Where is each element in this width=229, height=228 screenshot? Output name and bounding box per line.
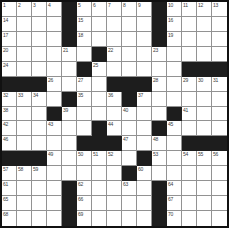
clue-number-36: 36	[108, 92, 113, 98]
clue-number-30: 30	[198, 77, 203, 83]
black-cell-r10c8	[107, 136, 122, 151]
white-cell-r4c8[interactable]: 22	[107, 47, 122, 62]
white-cell-r9c2[interactable]	[17, 121, 32, 136]
white-cell-r9c12[interactable]: 45	[167, 121, 182, 136]
clue-number-41: 41	[183, 107, 188, 113]
white-cell-r9c4[interactable]: 43	[47, 121, 62, 136]
clue-number-57: 57	[3, 166, 8, 172]
black-cell-r7c5	[62, 92, 77, 107]
white-cell-r2c3[interactable]	[32, 17, 47, 32]
clue-number-69: 69	[78, 211, 83, 217]
white-cell-r10c5[interactable]	[62, 136, 77, 151]
white-cell-r13c4[interactable]	[47, 181, 62, 196]
white-cell-r4c1[interactable]: 20	[2, 47, 17, 62]
white-cell-r15c13[interactable]	[182, 211, 197, 226]
white-cell-r15c12[interactable]: 70	[167, 211, 182, 226]
white-cell-r2c7[interactable]	[92, 17, 107, 32]
white-cell-r3c1[interactable]: 17	[2, 32, 17, 47]
white-cell-r13c10[interactable]	[137, 181, 152, 196]
white-cell-r10c1[interactable]: 46	[2, 136, 17, 151]
white-cell-r15c8[interactable]	[107, 211, 122, 226]
clue-number-19: 19	[168, 32, 173, 38]
white-cell-r14c3[interactable]	[32, 196, 47, 211]
white-cell-r7c10[interactable]: 37	[137, 92, 152, 107]
white-cell-r11c15[interactable]: 56	[212, 151, 227, 166]
white-cell-r14c2[interactable]	[17, 196, 32, 211]
white-cell-r14c4[interactable]	[47, 196, 62, 211]
clue-number-64: 64	[168, 181, 173, 187]
clue-number-38: 38	[3, 107, 8, 113]
clue-number-9: 9	[138, 2, 141, 8]
white-cell-r11c9[interactable]	[122, 151, 137, 166]
white-cell-r7c14[interactable]	[197, 92, 212, 107]
clue-number-68: 68	[3, 211, 8, 217]
white-cell-r3c15[interactable]	[212, 32, 227, 47]
white-cell-r12c10[interactable]: 60	[137, 166, 152, 181]
white-cell-r13c6[interactable]: 62	[77, 181, 92, 196]
white-cell-r15c3[interactable]	[32, 211, 47, 226]
white-cell-r10c9[interactable]: 47	[122, 136, 137, 151]
white-cell-r8c11[interactable]	[152, 107, 167, 122]
white-cell-r8c14[interactable]	[197, 107, 212, 122]
clue-number-54: 54	[183, 151, 188, 157]
clue-number-39: 39	[63, 107, 68, 113]
black-cell-r10c13	[182, 136, 197, 151]
white-cell-r1c14[interactable]: 12	[197, 2, 212, 17]
white-cell-r14c13[interactable]	[182, 196, 197, 211]
white-cell-r3c3[interactable]	[32, 32, 47, 47]
white-cell-r4c10[interactable]	[137, 47, 152, 62]
white-cell-r4c15[interactable]	[212, 47, 227, 62]
black-cell-r11c3	[32, 151, 47, 166]
black-cell-r6c2	[17, 77, 32, 92]
white-cell-r8c9[interactable]: 40	[122, 107, 137, 122]
white-cell-r2c6[interactable]: 15	[77, 17, 92, 32]
white-cell-r4c12[interactable]	[167, 47, 182, 62]
white-cell-r8c7[interactable]	[92, 107, 107, 122]
white-cell-r12c11[interactable]	[152, 166, 167, 181]
white-cell-r5c11[interactable]	[152, 62, 167, 77]
black-cell-r15c11	[152, 211, 167, 226]
white-cell-r11c12[interactable]	[167, 151, 182, 166]
white-cell-r6c5[interactable]	[62, 77, 77, 92]
white-cell-r6c14[interactable]: 30	[197, 77, 212, 92]
clue-number-32: 32	[3, 92, 8, 98]
white-cell-r9c10[interactable]	[137, 121, 152, 136]
clue-number-65: 65	[3, 196, 8, 202]
white-cell-r6c13[interactable]: 29	[182, 77, 197, 92]
white-cell-r3c9[interactable]	[122, 32, 137, 47]
white-cell-r9c6[interactable]	[77, 121, 92, 136]
white-cell-r2c15[interactable]	[212, 17, 227, 32]
white-cell-r5c8[interactable]	[107, 62, 122, 77]
white-cell-r3c6[interactable]: 18	[77, 32, 92, 47]
white-cell-r1c9[interactable]: 8	[122, 2, 137, 17]
black-cell-r8c12	[167, 107, 182, 122]
white-cell-r6c7[interactable]	[92, 77, 107, 92]
white-cell-r9c13[interactable]	[182, 121, 197, 136]
clue-number-55: 55	[198, 151, 203, 157]
white-cell-r15c14[interactable]	[197, 211, 212, 226]
black-cell-r6c9	[122, 77, 137, 92]
white-cell-r3c13[interactable]	[182, 32, 197, 47]
white-cell-r14c10[interactable]	[137, 196, 152, 211]
clue-number-35: 35	[78, 92, 83, 98]
white-cell-r8c15[interactable]	[212, 107, 227, 122]
white-cell-r3c7[interactable]	[92, 32, 107, 47]
clue-number-7: 7	[108, 2, 111, 8]
white-cell-r9c3[interactable]	[32, 121, 47, 136]
black-cell-r14c11	[152, 196, 167, 211]
white-cell-r3c14[interactable]	[197, 32, 212, 47]
white-cell-r11c6[interactable]: 50	[77, 151, 92, 166]
white-cell-r1c2[interactable]: 2	[17, 2, 32, 17]
clue-number-23: 23	[153, 47, 158, 53]
black-cell-r10c7	[92, 136, 107, 151]
black-cell-r6c3	[32, 77, 47, 92]
white-cell-r14c6[interactable]: 66	[77, 196, 92, 211]
black-cell-r5c13	[182, 62, 197, 77]
clue-number-40: 40	[123, 107, 128, 113]
white-cell-r12c1[interactable]: 57	[2, 166, 17, 181]
white-cell-r13c8[interactable]	[107, 181, 122, 196]
white-cell-r13c3[interactable]	[32, 181, 47, 196]
clue-number-21: 21	[63, 47, 68, 53]
white-cell-r10c2[interactable]	[17, 136, 32, 151]
clue-number-51: 51	[93, 151, 98, 157]
white-cell-r7c4[interactable]	[47, 92, 62, 107]
white-cell-r9c15[interactable]	[212, 121, 227, 136]
crossword-grid: 1234567891011121314151617181920212223242…	[0, 0, 229, 228]
black-cell-r6c10	[137, 77, 152, 92]
white-cell-r2c8[interactable]	[107, 17, 122, 32]
black-cell-r4c7	[92, 47, 107, 62]
white-cell-r8c8[interactable]	[107, 107, 122, 122]
white-cell-r11c7[interactable]: 51	[92, 151, 107, 166]
white-cell-r7c8[interactable]: 36	[107, 92, 122, 107]
white-cell-r13c14[interactable]	[197, 181, 212, 196]
white-cell-r14c14[interactable]	[197, 196, 212, 211]
clue-number-45: 45	[168, 121, 173, 127]
white-cell-r4c5[interactable]: 21	[62, 47, 77, 62]
white-cell-r15c2[interactable]	[17, 211, 32, 226]
white-cell-r3c8[interactable]	[107, 32, 122, 47]
black-cell-r5c6	[77, 62, 92, 77]
clue-number-34: 34	[33, 92, 38, 98]
clue-number-5: 5	[78, 2, 81, 8]
white-cell-r5c3[interactable]	[32, 62, 47, 77]
white-cell-r4c4[interactable]	[47, 47, 62, 62]
white-cell-r7c7[interactable]	[92, 92, 107, 107]
white-cell-r11c5[interactable]	[62, 151, 77, 166]
white-cell-r7c11[interactable]	[152, 92, 167, 107]
black-cell-r10c6	[77, 136, 92, 151]
white-cell-r2c4[interactable]	[47, 17, 62, 32]
clue-number-44: 44	[108, 121, 113, 127]
white-cell-r11c11[interactable]: 53	[152, 151, 167, 166]
white-cell-r15c4[interactable]	[47, 211, 62, 226]
white-cell-r11c14[interactable]: 55	[197, 151, 212, 166]
clue-number-16: 16	[168, 17, 173, 23]
white-cell-r1c1[interactable]: 1	[2, 2, 17, 17]
white-cell-r12c14[interactable]	[197, 166, 212, 181]
white-cell-r3c4[interactable]	[47, 32, 62, 47]
clue-number-56: 56	[213, 151, 218, 157]
white-cell-r10c10[interactable]	[137, 136, 152, 151]
black-cell-r1c5	[62, 2, 77, 17]
white-cell-r12c3[interactable]: 59	[32, 166, 47, 181]
white-cell-r1c13[interactable]: 11	[182, 2, 197, 17]
white-cell-r7c2[interactable]: 33	[17, 92, 32, 107]
white-cell-r12c12[interactable]	[167, 166, 182, 181]
white-cell-r13c2[interactable]	[17, 181, 32, 196]
clue-number-29: 29	[183, 77, 188, 83]
white-cell-r9c14[interactable]	[197, 121, 212, 136]
clue-number-70: 70	[168, 211, 173, 217]
clue-number-42: 42	[3, 121, 8, 127]
white-cell-r7c15[interactable]	[212, 92, 227, 107]
white-cell-r1c10[interactable]: 9	[137, 2, 152, 17]
white-cell-r12c8[interactable]	[107, 166, 122, 181]
clue-number-2: 2	[18, 2, 21, 8]
white-cell-r7c1[interactable]: 32	[2, 92, 17, 107]
white-cell-r8c10[interactable]	[137, 107, 152, 122]
clue-number-48: 48	[153, 136, 158, 142]
white-cell-r1c8[interactable]: 7	[107, 2, 122, 17]
white-cell-r4c2[interactable]	[17, 47, 32, 62]
white-cell-r15c1[interactable]: 68	[2, 211, 17, 226]
white-cell-r15c7[interactable]	[92, 211, 107, 226]
clue-number-37: 37	[138, 92, 143, 98]
black-cell-r2c5	[62, 17, 77, 32]
clue-number-47: 47	[123, 136, 128, 142]
white-cell-r12c4[interactable]	[47, 166, 62, 181]
white-cell-r12c5[interactable]	[62, 166, 77, 181]
clue-number-1: 1	[3, 2, 6, 8]
white-cell-r3c10[interactable]	[137, 32, 152, 47]
clue-number-10: 10	[168, 2, 173, 8]
clue-number-60: 60	[138, 166, 143, 172]
clue-number-33: 33	[18, 92, 23, 98]
clue-number-24: 24	[3, 62, 8, 68]
clue-number-14: 14	[3, 17, 8, 23]
white-cell-r11c13[interactable]: 54	[182, 151, 197, 166]
white-cell-r12c6[interactable]	[77, 166, 92, 181]
white-cell-r5c4[interactable]	[47, 62, 62, 77]
white-cell-r13c7[interactable]	[92, 181, 107, 196]
white-cell-r9c8[interactable]: 44	[107, 121, 122, 136]
white-cell-r2c1[interactable]: 14	[2, 17, 17, 32]
black-cell-r10c14	[197, 136, 212, 151]
white-cell-r7c12[interactable]	[167, 92, 182, 107]
white-cell-r6c15[interactable]: 31	[212, 77, 227, 92]
white-cell-r1c12[interactable]: 10	[167, 2, 182, 17]
white-cell-r5c2[interactable]	[17, 62, 32, 77]
clue-number-13: 13	[213, 2, 218, 8]
white-cell-r5c10[interactable]	[137, 62, 152, 77]
white-cell-r15c10[interactable]	[137, 211, 152, 226]
clue-number-11: 11	[183, 2, 188, 8]
white-cell-r1c4[interactable]: 4	[47, 2, 62, 17]
clue-number-43: 43	[48, 121, 53, 127]
black-cell-r12c9	[122, 166, 137, 181]
white-cell-r9c1[interactable]: 42	[2, 121, 17, 136]
black-cell-r1c11	[152, 2, 167, 17]
clue-number-66: 66	[78, 196, 83, 202]
clue-number-25: 25	[93, 62, 98, 68]
clue-number-61: 61	[3, 181, 8, 187]
white-cell-r14c12[interactable]: 67	[167, 196, 182, 211]
white-cell-r2c10[interactable]	[137, 17, 152, 32]
white-cell-r12c15[interactable]	[212, 166, 227, 181]
clue-number-50: 50	[78, 151, 83, 157]
white-cell-r12c7[interactable]	[92, 166, 107, 181]
black-cell-r2c11	[152, 17, 167, 32]
white-cell-r13c15[interactable]	[212, 181, 227, 196]
white-cell-r12c2[interactable]: 58	[17, 166, 32, 181]
white-cell-r8c6[interactable]	[77, 107, 92, 122]
white-cell-r14c7[interactable]	[92, 196, 107, 211]
white-cell-r2c9[interactable]	[122, 17, 137, 32]
black-cell-r5c15	[212, 62, 227, 77]
black-cell-r6c8	[107, 77, 122, 92]
white-cell-r7c13[interactable]	[182, 92, 197, 107]
white-cell-r4c14[interactable]	[197, 47, 212, 62]
black-cell-r13c5	[62, 181, 77, 196]
white-cell-r11c4[interactable]: 49	[47, 151, 62, 166]
white-cell-r4c11[interactable]: 23	[152, 47, 167, 62]
white-cell-r10c11[interactable]: 48	[152, 136, 167, 151]
white-cell-r8c5[interactable]: 39	[62, 107, 77, 122]
clue-number-58: 58	[18, 166, 23, 172]
white-cell-r4c3[interactable]	[32, 47, 47, 62]
white-cell-r13c1[interactable]: 61	[2, 181, 17, 196]
white-cell-r5c9[interactable]	[122, 62, 137, 77]
white-cell-r3c12[interactable]: 19	[167, 32, 182, 47]
white-cell-r6c11[interactable]: 28	[152, 77, 167, 92]
white-cell-r13c13[interactable]	[182, 181, 197, 196]
white-cell-r2c13[interactable]	[182, 17, 197, 32]
white-cell-r15c6[interactable]: 69	[77, 211, 92, 226]
clue-number-46: 46	[3, 136, 8, 142]
white-cell-r1c3[interactable]: 3	[32, 2, 47, 17]
white-cell-r1c7[interactable]: 6	[92, 2, 107, 17]
white-cell-r14c8[interactable]	[107, 196, 122, 211]
clue-number-67: 67	[168, 196, 173, 202]
white-cell-r10c3[interactable]	[32, 136, 47, 151]
black-cell-r7c9	[122, 92, 137, 107]
white-cell-r13c12[interactable]: 64	[167, 181, 182, 196]
white-cell-r6c6[interactable]: 27	[77, 77, 92, 92]
black-cell-r8c4	[47, 107, 62, 122]
white-cell-r2c14[interactable]	[197, 17, 212, 32]
black-cell-r3c5	[62, 32, 77, 47]
white-cell-r4c9[interactable]	[122, 47, 137, 62]
white-cell-r3c2[interactable]	[17, 32, 32, 47]
clue-number-8: 8	[123, 2, 126, 8]
white-cell-r9c9[interactable]	[122, 121, 137, 136]
white-cell-r8c1[interactable]: 38	[2, 107, 17, 122]
white-cell-r14c9[interactable]	[122, 196, 137, 211]
clue-number-62: 62	[78, 181, 83, 187]
clue-number-63: 63	[123, 181, 128, 187]
black-cell-r14c5	[62, 196, 77, 211]
white-cell-r8c2[interactable]	[17, 107, 32, 122]
black-cell-r9c11	[152, 121, 167, 136]
white-cell-r6c12[interactable]	[167, 77, 182, 92]
white-cell-r11c8[interactable]: 52	[107, 151, 122, 166]
clue-number-49: 49	[48, 151, 53, 157]
white-cell-r5c5[interactable]	[62, 62, 77, 77]
black-cell-r13c11	[152, 181, 167, 196]
white-cell-r2c2[interactable]	[17, 17, 32, 32]
black-cell-r15c5	[62, 211, 77, 226]
clue-number-59: 59	[33, 166, 38, 172]
white-cell-r8c3[interactable]	[32, 107, 47, 122]
white-cell-r10c4[interactable]	[47, 136, 62, 151]
black-cell-r11c2	[17, 151, 32, 166]
clue-number-18: 18	[78, 32, 83, 38]
black-cell-r11c10	[137, 151, 152, 166]
white-cell-r1c15[interactable]: 13	[212, 2, 227, 17]
white-cell-r7c6[interactable]: 35	[77, 92, 92, 107]
black-cell-r10c15	[212, 136, 227, 151]
white-cell-r8c13[interactable]: 41	[182, 107, 197, 122]
black-cell-r3c11	[152, 32, 167, 47]
clue-number-27: 27	[78, 77, 83, 83]
white-cell-r14c1[interactable]: 65	[2, 196, 17, 211]
clue-number-17: 17	[3, 32, 8, 38]
white-cell-r12c13[interactable]	[182, 166, 197, 181]
white-cell-r15c9[interactable]	[122, 211, 137, 226]
white-cell-r7c3[interactable]: 34	[32, 92, 47, 107]
clue-number-15: 15	[78, 17, 83, 23]
black-cell-r11c1	[2, 151, 17, 166]
clue-number-20: 20	[3, 47, 8, 53]
clue-number-12: 12	[198, 2, 203, 8]
clue-number-28: 28	[153, 77, 158, 83]
white-cell-r1c6[interactable]: 5	[77, 2, 92, 17]
white-cell-r4c13[interactable]	[182, 47, 197, 62]
black-cell-r5c14	[197, 62, 212, 77]
black-cell-r6c1	[2, 77, 17, 92]
clue-number-4: 4	[48, 2, 51, 8]
clue-number-53: 53	[153, 151, 158, 157]
white-cell-r9c5[interactable]	[62, 121, 77, 136]
clue-number-52: 52	[108, 151, 113, 157]
clue-number-26: 26	[48, 77, 53, 83]
white-cell-r10c12[interactable]	[167, 136, 182, 151]
black-cell-r9c7	[92, 121, 107, 136]
white-cell-r14c15[interactable]	[212, 196, 227, 211]
white-cell-r5c12[interactable]	[167, 62, 182, 77]
white-cell-r13c9[interactable]: 63	[122, 181, 137, 196]
white-cell-r5c7[interactable]: 25	[92, 62, 107, 77]
white-cell-r6c4[interactable]: 26	[47, 77, 62, 92]
white-cell-r15c15[interactable]	[212, 211, 227, 226]
clue-number-3: 3	[33, 2, 36, 8]
white-cell-r2c12[interactable]: 16	[167, 17, 182, 32]
white-cell-r4c6[interactable]	[77, 47, 92, 62]
clue-number-6: 6	[93, 2, 96, 8]
clue-number-31: 31	[213, 77, 218, 83]
white-cell-r5c1[interactable]: 24	[2, 62, 17, 77]
clue-number-22: 22	[108, 47, 113, 53]
